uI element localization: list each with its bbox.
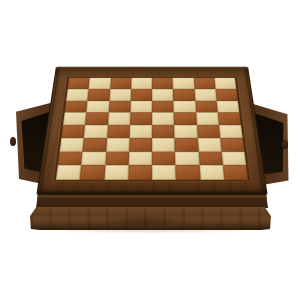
board-square[interactable]	[220, 138, 244, 151]
board-square[interactable]	[60, 138, 84, 151]
board-square[interactable]	[215, 89, 238, 101]
board-square[interactable]	[152, 101, 174, 113]
board-square[interactable]	[221, 151, 246, 165]
right-drawer-knob[interactable]	[282, 140, 288, 149]
board-square[interactable]	[131, 78, 152, 89]
board-square[interactable]	[198, 151, 222, 165]
board-square[interactable]	[175, 151, 199, 165]
board-square[interactable]	[128, 165, 152, 180]
board-square[interactable]	[194, 89, 216, 101]
board-square[interactable]	[152, 151, 176, 165]
board-square[interactable]	[108, 113, 131, 125]
board-square[interactable]	[193, 78, 215, 89]
board-square[interactable]	[214, 78, 236, 89]
board-square[interactable]	[63, 113, 86, 125]
board-square[interactable]	[152, 125, 175, 138]
board-square[interactable]	[131, 89, 152, 101]
board-frame	[36, 67, 267, 195]
board-square[interactable]	[195, 101, 218, 113]
board-square[interactable]	[110, 78, 131, 89]
board-square[interactable]	[152, 78, 173, 89]
board-square[interactable]	[174, 113, 197, 125]
board-square[interactable]	[152, 138, 175, 151]
board-square[interactable]	[216, 101, 239, 113]
board-square[interactable]	[83, 138, 107, 151]
board-square[interactable]	[152, 89, 173, 101]
board-square[interactable]	[104, 165, 128, 180]
board-square[interactable]	[173, 101, 195, 113]
board-square[interactable]	[218, 113, 241, 125]
board-square[interactable]	[152, 165, 176, 180]
board-square[interactable]	[173, 89, 195, 101]
board-square[interactable]	[176, 165, 200, 180]
board-square[interactable]	[199, 165, 224, 180]
board-square[interactable]	[86, 101, 109, 113]
board-square[interactable]	[66, 89, 89, 101]
board-square[interactable]	[174, 125, 197, 138]
board-square[interactable]	[219, 125, 243, 138]
board-square[interactable]	[130, 101, 152, 113]
board-square[interactable]	[129, 138, 152, 151]
board-square[interactable]	[58, 151, 83, 165]
board-square[interactable]	[152, 113, 174, 125]
board-square[interactable]	[108, 101, 130, 113]
board-square[interactable]	[129, 125, 152, 138]
left-drawer-knob[interactable]	[10, 137, 16, 146]
board-square[interactable]	[89, 78, 111, 89]
board-square[interactable]	[84, 125, 108, 138]
chess-board-box-photo	[0, 0, 300, 300]
board-square[interactable]	[88, 89, 110, 101]
board-square[interactable]	[128, 151, 152, 165]
board-square[interactable]	[197, 125, 221, 138]
board-square[interactable]	[109, 89, 131, 101]
board-square[interactable]	[65, 101, 88, 113]
board-square[interactable]	[130, 113, 152, 125]
board-square[interactable]	[175, 138, 199, 151]
board-square[interactable]	[56, 165, 81, 180]
board-square[interactable]	[80, 165, 105, 180]
board-square[interactable]	[105, 151, 129, 165]
board-grid	[54, 77, 251, 182]
board-square[interactable]	[197, 138, 221, 151]
board-square[interactable]	[68, 78, 90, 89]
board-square[interactable]	[61, 125, 85, 138]
board-square[interactable]	[81, 151, 105, 165]
board-square[interactable]	[196, 113, 219, 125]
board-square[interactable]	[85, 113, 108, 125]
board-square[interactable]	[106, 138, 130, 151]
board-square[interactable]	[223, 165, 248, 180]
board-square[interactable]	[173, 78, 194, 89]
board-square[interactable]	[107, 125, 130, 138]
chess-board	[47, 26, 257, 224]
